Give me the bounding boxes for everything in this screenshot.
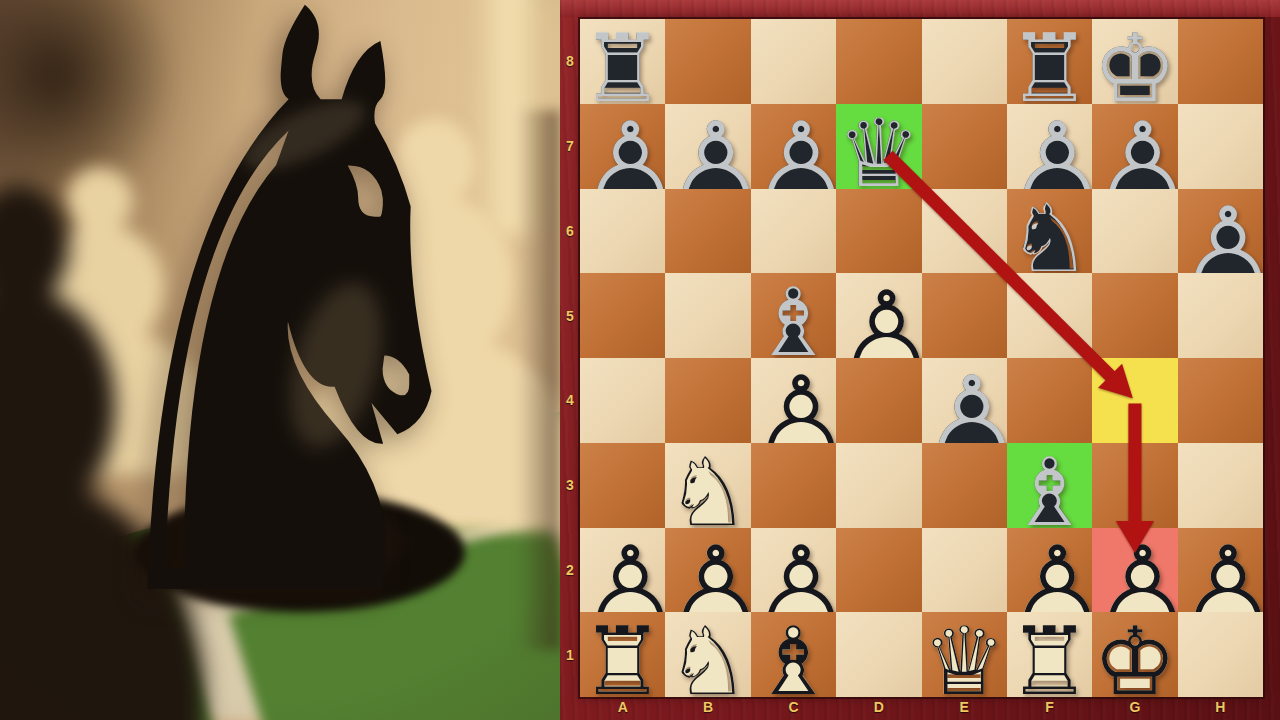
piece-wR-f1: ♜♖ <box>1007 612 1092 697</box>
file-label-C: C <box>778 699 808 715</box>
rank-label-7: 7 <box>560 138 580 154</box>
square-d3[interactable] <box>836 443 921 528</box>
square-d7[interactable]: ♛♕ <box>836 104 921 189</box>
square-e6[interactable] <box>922 189 1007 274</box>
square-b6[interactable] <box>665 189 750 274</box>
white-N-outline-glyph: ♘ <box>666 615 750 709</box>
square-c2[interactable]: ♟♙ <box>751 528 836 613</box>
piece-wP-h2: ♟♙ <box>1178 528 1263 613</box>
piece-bP-c7: ♟♙ <box>751 104 836 189</box>
square-f1[interactable]: ♜♖ <box>1007 612 1092 697</box>
square-c4[interactable]: ♟♙ <box>751 358 836 443</box>
piece-bP-h6: ♟♙ <box>1178 189 1263 274</box>
file-label-F: F <box>1035 699 1065 715</box>
square-f2[interactable]: ♟♙ <box>1007 528 1092 613</box>
square-c6[interactable] <box>751 189 836 274</box>
white-R-outline-glyph: ♖ <box>581 615 665 709</box>
square-a7[interactable]: ♟♙ <box>580 104 665 189</box>
rank-label-3: 3 <box>560 477 580 493</box>
file-label-A: A <box>608 699 638 715</box>
square-h7[interactable] <box>1178 104 1263 189</box>
piece-bB-f3: ♝♗ <box>1007 443 1092 528</box>
square-e3[interactable] <box>922 443 1007 528</box>
square-d6[interactable] <box>836 189 921 274</box>
square-e7[interactable] <box>922 104 1007 189</box>
piece-bR-a8: ♜♖ <box>580 19 665 104</box>
file-label-E: E <box>949 699 979 715</box>
square-e8[interactable] <box>922 19 1007 104</box>
piece-wQ-e1: ♛♕ <box>922 612 1007 697</box>
square-h3[interactable] <box>1178 443 1263 528</box>
square-f3[interactable]: ♝♗ <box>1007 443 1092 528</box>
rank-label-2: 2 <box>560 562 580 578</box>
black-N-outline-glyph: ♘ <box>1007 192 1091 286</box>
rank-label-1: 1 <box>560 647 580 663</box>
piece-bR-f8: ♜♖ <box>1007 19 1092 104</box>
square-a2[interactable]: ♟♙ <box>580 528 665 613</box>
square-g6[interactable] <box>1092 189 1177 274</box>
square-f4[interactable] <box>1007 358 1092 443</box>
piece-wN-b1: ♞♘ <box>665 612 750 697</box>
square-a4[interactable] <box>580 358 665 443</box>
screenshot: ♟ ♟ ♟ ♞ ♜♖♜♖♚♔♟♙♟♙♟♙♛♕♟♙♟♙♞♘♟♙♝♗♟♙♟♙♟♙♞♘… <box>0 0 1280 720</box>
square-f8[interactable]: ♜♖ <box>1007 19 1092 104</box>
square-f5[interactable] <box>1007 273 1092 358</box>
square-g8[interactable]: ♚♔ <box>1092 19 1177 104</box>
chess-photo: ♟ ♟ ♟ ♞ <box>0 0 560 720</box>
square-b4[interactable] <box>665 358 750 443</box>
piece-wP-c4: ♟♙ <box>751 358 836 443</box>
square-f6[interactable]: ♞♘ <box>1007 189 1092 274</box>
piece-wR-a1: ♜♖ <box>580 612 665 697</box>
piece-wP-c2: ♟♙ <box>751 528 836 613</box>
white-Q-outline-glyph: ♕ <box>922 615 1006 709</box>
square-c5[interactable]: ♝♗ <box>751 273 836 358</box>
square-g7[interactable]: ♟♙ <box>1092 104 1177 189</box>
square-b5[interactable] <box>665 273 750 358</box>
square-g5[interactable] <box>1092 273 1177 358</box>
file-label-D: D <box>864 699 894 715</box>
piece-wP-f2: ♟♙ <box>1007 528 1092 613</box>
square-h5[interactable] <box>1178 273 1263 358</box>
piece-wK-g1: ♚♔ <box>1092 612 1177 697</box>
white-B-outline-glyph: ♗ <box>751 615 835 709</box>
square-h6[interactable]: ♟♙ <box>1178 189 1263 274</box>
rank-label-4: 4 <box>560 392 580 408</box>
piece-wN-b3: ♞♘ <box>665 443 750 528</box>
square-e5[interactable] <box>922 273 1007 358</box>
square-h1[interactable] <box>1178 612 1263 697</box>
square-d1[interactable] <box>836 612 921 697</box>
piece-bP-b7: ♟♙ <box>665 104 750 189</box>
file-label-G: G <box>1120 699 1150 715</box>
square-g3[interactable] <box>1092 443 1177 528</box>
square-b2[interactable]: ♟♙ <box>665 528 750 613</box>
piece-wP-g2: ♟♙ <box>1092 528 1177 613</box>
piece-bK-g8: ♚♔ <box>1092 19 1177 104</box>
square-g4[interactable] <box>1092 358 1177 443</box>
square-d5[interactable]: ♟♙ <box>836 273 921 358</box>
square-g2[interactable]: ♟♙ <box>1092 528 1177 613</box>
vignette <box>0 0 560 720</box>
piece-bQ-d7: ♛♕ <box>836 104 921 189</box>
square-b3[interactable]: ♞♘ <box>665 443 750 528</box>
piece-wP-b2: ♟♙ <box>665 528 750 613</box>
piece-bP-e4: ♟♙ <box>922 358 1007 443</box>
square-a1[interactable]: ♜♖ <box>580 612 665 697</box>
square-g1[interactable]: ♚♔ <box>1092 612 1177 697</box>
square-e4[interactable]: ♟♙ <box>922 358 1007 443</box>
square-b7[interactable]: ♟♙ <box>665 104 750 189</box>
piece-bP-a7: ♟♙ <box>580 104 665 189</box>
square-a8[interactable]: ♜♖ <box>580 19 665 104</box>
white-R-outline-glyph: ♖ <box>1007 615 1091 709</box>
square-h8[interactable] <box>1178 19 1263 104</box>
piece-bN-f6: ♞♘ <box>1007 189 1092 274</box>
square-h4[interactable] <box>1178 358 1263 443</box>
square-d8[interactable] <box>836 19 921 104</box>
board-panel: ♜♖♜♖♚♔♟♙♟♙♟♙♛♕♟♙♟♙♞♘♟♙♝♗♟♙♟♙♟♙♞♘♝♗♟♙♟♙♟♙… <box>560 0 1280 720</box>
piece-wP-a2: ♟♙ <box>580 528 665 613</box>
square-d2[interactable] <box>836 528 921 613</box>
square-f7[interactable]: ♟♙ <box>1007 104 1092 189</box>
square-c1[interactable]: ♝♗ <box>751 612 836 697</box>
square-b8[interactable] <box>665 19 750 104</box>
piece-wP-d5: ♟♙ <box>836 273 921 358</box>
white-K-outline-glyph: ♔ <box>1093 615 1177 709</box>
square-e1[interactable]: ♛♕ <box>922 612 1007 697</box>
square-e2[interactable] <box>922 528 1007 613</box>
square-c8[interactable] <box>751 19 836 104</box>
square-b1[interactable]: ♞♘ <box>665 612 750 697</box>
piece-bP-f7: ♟♙ <box>1007 104 1092 189</box>
square-d4[interactable] <box>836 358 921 443</box>
square-a5[interactable] <box>580 273 665 358</box>
rank-label-6: 6 <box>560 223 580 239</box>
square-c7[interactable]: ♟♙ <box>751 104 836 189</box>
square-h2[interactable]: ♟♙ <box>1178 528 1263 613</box>
rank-label-5: 5 <box>560 308 580 324</box>
rank-label-8: 8 <box>560 53 580 69</box>
chess-board: ♜♖♜♖♚♔♟♙♟♙♟♙♛♕♟♙♟♙♞♘♟♙♝♗♟♙♟♙♟♙♞♘♝♗♟♙♟♙♟♙… <box>580 19 1263 697</box>
square-c3[interactable] <box>751 443 836 528</box>
piece-bP-g7: ♟♙ <box>1092 104 1177 189</box>
piece-wB-c1: ♝♗ <box>751 612 836 697</box>
file-label-H: H <box>1205 699 1235 715</box>
file-label-B: B <box>693 699 723 715</box>
piece-bB-c5: ♝♗ <box>751 273 836 358</box>
black-Q-outline-glyph: ♕ <box>837 107 921 201</box>
square-a3[interactable] <box>580 443 665 528</box>
square-a6[interactable] <box>580 189 665 274</box>
